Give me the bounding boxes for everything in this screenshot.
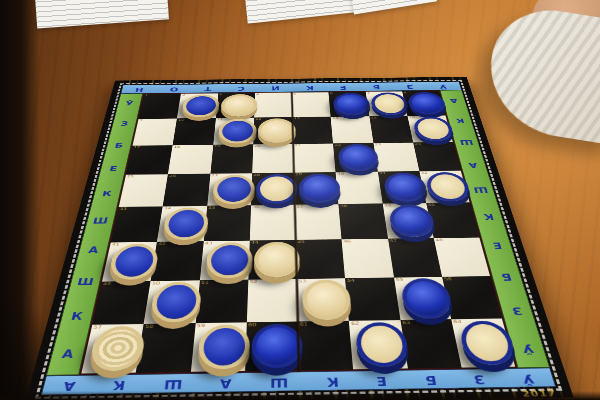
square-number: 54: [347, 278, 355, 282]
border-letter: Н: [135, 87, 144, 92]
square-number: 43: [205, 242, 213, 246]
square-number: 18: [174, 145, 181, 148]
square-r2c7[interactable]: 15: [369, 116, 413, 143]
square-r7c2[interactable]: 50: [144, 280, 200, 324]
square-number: 20: [254, 145, 260, 148]
square-r7c5[interactable]: 53: [297, 278, 349, 322]
square-number: 8: [403, 92, 406, 94]
board-inner: НОТСИКЕБЗЎ ЎЗБЕКШАШКА 123456789101112131…: [41, 81, 557, 395]
square-r8c4[interactable]: 60: [245, 322, 299, 371]
paper-sheet-left: [35, 0, 169, 29]
square-r1c1[interactable]: 1: [139, 94, 182, 119]
square-number: 49: [103, 282, 112, 286]
square-r5c8[interactable]: 40: [426, 203, 479, 238]
square-number: 6: [330, 92, 333, 94]
border-letter: З: [510, 305, 522, 315]
border-letter: Е: [376, 374, 387, 385]
square-number: 31: [379, 172, 386, 175]
square-r2c1[interactable]: 9: [133, 118, 178, 145]
square-r2c8[interactable]: 16: [407, 115, 453, 142]
border-letter: О: [170, 86, 179, 91]
border-letter: Ў: [125, 101, 134, 106]
border-letter: Б: [424, 373, 437, 384]
square-number: 15: [370, 117, 376, 120]
border-letter: Е: [109, 166, 118, 173]
table-edge-bottom: [0, 391, 600, 400]
border-letter: З: [472, 373, 485, 384]
square-r7c1[interactable]: 49: [92, 281, 151, 325]
square-r1c7[interactable]: 7: [365, 91, 407, 116]
square-r1c6[interactable]: 6: [329, 92, 369, 117]
square-number: 23: [375, 143, 382, 146]
square-r3c1[interactable]: 17: [126, 145, 173, 175]
square-r4c4[interactable]: 28: [251, 173, 295, 205]
border-letter: А: [449, 97, 458, 102]
border-letter: З: [120, 121, 129, 127]
square-number: 62: [351, 322, 360, 327]
square-number: 19: [214, 145, 221, 148]
square-number: 1: [145, 94, 148, 96]
piece-wB-r7c2[interactable]: [150, 282, 203, 323]
square-r4c7[interactable]: 31: [378, 171, 427, 203]
border-letter: К: [306, 85, 314, 90]
piece-wB-r5c2[interactable]: [162, 207, 209, 240]
square-r2c6[interactable]: 14: [331, 116, 373, 143]
border-letter: Ш: [76, 277, 94, 286]
square-r6c1[interactable]: 41: [102, 242, 157, 282]
paper-sheet-center: [245, 0, 355, 24]
border-letter: З: [406, 84, 414, 89]
border-letter: А: [61, 349, 75, 360]
border-letter: Б: [500, 272, 512, 281]
square-number: 10: [178, 119, 185, 122]
square-r8c3[interactable]: 59: [190, 323, 246, 372]
square-number: 56: [444, 277, 453, 281]
square-number: 55: [395, 278, 403, 282]
square-r4c8[interactable]: 32: [419, 171, 469, 203]
square-r7c8[interactable]: 56: [442, 276, 502, 320]
square-number: 64: [453, 320, 462, 325]
photo-scene: НОТСИКЕБЗЎ ЎЗБЕКШАШКА 123456789101112131…: [0, 0, 600, 400]
square-r4c6[interactable]: 30: [336, 172, 383, 204]
square-number: 35: [208, 206, 215, 209]
square-number: 38: [340, 205, 347, 208]
square-r2c4[interactable]: 12: [253, 117, 293, 144]
square-number: 28: [253, 174, 260, 177]
border-letter: И: [271, 85, 279, 90]
piece-w-r1c3[interactable]: [220, 94, 257, 117]
square-r1c5[interactable]: 5: [292, 92, 331, 117]
border-letter: Ш: [163, 377, 183, 389]
square-number: 51: [201, 281, 209, 285]
square-number: 59: [197, 324, 206, 329]
piece-w-r7c5[interactable]: [302, 280, 352, 320]
border-letter: Ш: [270, 376, 288, 388]
square-r7c6[interactable]: 54: [345, 277, 400, 321]
border-letter: Т: [205, 86, 212, 91]
square-r6c5[interactable]: 45: [296, 239, 345, 278]
square-r6c6[interactable]: 46: [342, 239, 394, 278]
paper-sheet-right: [351, 0, 437, 14]
square-number: 50: [152, 281, 160, 285]
square-number: 11: [217, 118, 223, 121]
border-letter: Б: [372, 84, 380, 89]
square-r8c5[interactable]: 61: [298, 321, 353, 370]
square-number: 44: [251, 241, 258, 245]
square-r3c2[interactable]: 18: [168, 145, 213, 175]
border-letter: К: [326, 375, 339, 386]
square-number: 46: [343, 240, 351, 244]
border-letter: Ш: [92, 217, 109, 225]
square-r8c1[interactable]: 57: [81, 324, 143, 373]
square-number: 47: [389, 239, 397, 243]
board-mid-band: ЎЗБЕКШАШКА 12345678910111213141516171819…: [46, 90, 550, 376]
square-number: 12: [255, 118, 261, 121]
square-r6c4[interactable]: 44: [248, 240, 297, 280]
square-number: 41: [111, 243, 119, 247]
square-r3c3[interactable]: 19: [210, 144, 253, 174]
square-number: 14: [332, 117, 338, 120]
square-r6c3[interactable]: 43: [200, 240, 250, 280]
square-r8c2[interactable]: 58: [136, 323, 195, 372]
knitted-sleeve: [481, 2, 600, 146]
square-r1c3[interactable]: 3: [216, 93, 255, 118]
square-number: 58: [145, 325, 154, 330]
square-number: 17: [133, 146, 140, 149]
piece-wB-r6c3[interactable]: [205, 242, 253, 279]
square-number: 29: [295, 173, 302, 176]
border-letter: Ў: [521, 342, 535, 353]
square-number: 2: [182, 94, 185, 96]
square-number: 3: [219, 94, 222, 96]
square-r3c5[interactable]: 21: [293, 143, 336, 173]
square-number: 42: [158, 242, 166, 246]
border-letter: К: [112, 378, 126, 390]
border-letter: Е: [492, 241, 503, 249]
square-r8c8[interactable]: 64: [451, 319, 515, 368]
border-letter: Ў: [439, 83, 448, 88]
border-letter: С: [238, 86, 245, 91]
piece-b-r4c5[interactable]: [299, 174, 342, 204]
square-number: 27: [211, 174, 218, 177]
border-letter: Ў: [520, 372, 534, 383]
border-letter: А: [468, 161, 478, 167]
square-number: 26: [169, 175, 176, 178]
square-r5c7[interactable]: 39: [382, 203, 433, 239]
square-r4c2[interactable]: 26: [163, 174, 210, 207]
square-number: 5: [293, 93, 296, 95]
piece-wB-r1c2[interactable]: [181, 94, 220, 117]
square-number: 40: [428, 203, 436, 206]
square-number: 45: [297, 240, 304, 244]
piece-bC-r4c4[interactable]: [256, 174, 298, 204]
square-r4c3[interactable]: 27: [207, 173, 252, 206]
paper-text-lines: [35, 0, 169, 29]
square-number: 39: [384, 204, 391, 207]
border-letter: К: [101, 190, 112, 197]
checkers-board: НОТСИКЕБЗЎ ЎЗБЕКШАШКА 123456789101112131…: [24, 77, 574, 400]
square-number: 9: [139, 119, 143, 122]
square-number: 37: [296, 205, 303, 208]
border-letter: Ш: [472, 186, 488, 193]
square-r5c6[interactable]: 38: [339, 204, 388, 240]
piece-w-r2c4[interactable]: [258, 118, 296, 143]
piece-wB-r4c3[interactable]: [212, 175, 255, 205]
border-letter: К: [455, 117, 465, 123]
square-number: 4: [256, 93, 259, 95]
square-r4c5[interactable]: 29: [294, 172, 339, 204]
paper-text-lines: [351, 0, 437, 14]
square-r5c4[interactable]: 36: [250, 205, 296, 241]
piece-b-r8c4[interactable]: [251, 324, 303, 369]
square-r1c2[interactable]: 2: [177, 93, 218, 118]
square-number: 22: [335, 144, 342, 147]
square-r3c6[interactable]: 22: [333, 143, 377, 173]
square-r5c2[interactable]: 34: [157, 206, 207, 242]
square-number: 34: [164, 207, 172, 210]
square-number: 25: [127, 175, 134, 178]
square-r6c8[interactable]: 48: [434, 237, 490, 276]
square-r4c1[interactable]: 25: [119, 174, 168, 207]
square-r3c4[interactable]: 20: [252, 144, 294, 174]
square-number: 33: [119, 207, 127, 210]
square-number: 32: [421, 172, 428, 175]
border-letter: А: [220, 377, 232, 388]
square-number: 36: [252, 206, 259, 209]
border-letter: А: [87, 246, 99, 254]
square-r7c3[interactable]: 51: [195, 279, 248, 323]
square-number: 53: [298, 279, 306, 283]
border-letter: Е: [340, 84, 347, 89]
border-letter: А: [62, 379, 76, 391]
square-r2c5[interactable]: 13: [292, 117, 333, 144]
board-grid: 1234567891011121314151617181920212223242…: [79, 90, 517, 375]
square-r1c4[interactable]: 4: [254, 93, 292, 118]
square-number: 16: [409, 116, 416, 119]
square-number: 57: [93, 325, 102, 330]
square-r8c6[interactable]: 62: [349, 320, 407, 369]
border-letter: Б: [114, 143, 124, 149]
square-number: 7: [367, 92, 370, 94]
square-r3c8[interactable]: 24: [413, 142, 461, 171]
square-r2c3[interactable]: 11: [213, 118, 254, 145]
square-r3c7[interactable]: 23: [373, 142, 419, 171]
paper-text-lines: [245, 0, 355, 24]
border-letter: К: [482, 212, 494, 220]
square-r7c4[interactable]: 52: [247, 279, 298, 323]
square-number: 24: [414, 143, 421, 146]
square-number: 21: [295, 144, 301, 147]
square-r6c2[interactable]: 42: [151, 241, 204, 281]
square-r5c3[interactable]: 35: [203, 205, 250, 241]
square-number: 13: [294, 117, 300, 120]
square-number: 52: [250, 280, 258, 284]
square-r5c1[interactable]: 33: [111, 206, 163, 242]
piece-wB-r2c3[interactable]: [217, 119, 256, 144]
square-number: 61: [300, 322, 308, 327]
square-number: 60: [248, 323, 256, 328]
border-letter: К: [70, 312, 84, 322]
square-r5c5[interactable]: 37: [295, 204, 342, 240]
piece-wB-r8c3[interactable]: [197, 324, 250, 369]
square-r2c2[interactable]: 10: [173, 118, 216, 145]
square-r1c8[interactable]: 8: [402, 91, 445, 116]
square-number: 30: [337, 173, 344, 176]
border-letter: Ш: [459, 138, 474, 144]
square-number: 48: [435, 238, 443, 242]
piece-w-r6c4[interactable]: [254, 241, 300, 277]
square-number: 63: [402, 321, 411, 326]
square-r6c7[interactable]: 47: [388, 238, 442, 277]
